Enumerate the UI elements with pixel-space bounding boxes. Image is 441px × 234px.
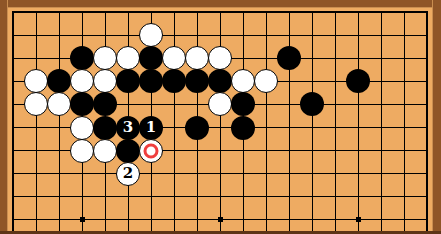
- black-stone: [93, 92, 117, 116]
- grid-line-vertical: [381, 11, 382, 232]
- grid-line-vertical: [312, 11, 313, 232]
- black-stone: [300, 92, 324, 116]
- black-stone: [231, 116, 255, 140]
- grid-line-vertical: [36, 11, 37, 232]
- grid-line-horizontal: [12, 173, 428, 174]
- white-stone: [139, 23, 163, 47]
- black-stone: [346, 69, 370, 93]
- black-stone: [47, 69, 71, 93]
- white-stone: [47, 92, 71, 116]
- grid-line-vertical: [404, 11, 405, 232]
- white-stone: [70, 139, 94, 163]
- white-stone: [93, 139, 117, 163]
- black-stone: [208, 69, 232, 93]
- grid-line-vertical: [335, 11, 336, 232]
- move-number-1: 1: [146, 120, 156, 135]
- board-frame-top: [0, 0, 441, 8]
- black-stone: 1: [139, 116, 163, 140]
- black-stone: [231, 92, 255, 116]
- grid-line-vertical: [59, 11, 60, 232]
- white-stone: [185, 46, 209, 70]
- white-stone: [70, 69, 94, 93]
- black-stone: [70, 46, 94, 70]
- black-stone: 3: [116, 116, 140, 140]
- grid-line-vertical: [174, 11, 175, 232]
- black-stone: [277, 46, 301, 70]
- star-point: [218, 217, 223, 222]
- white-stone: [208, 92, 232, 116]
- black-stone: [139, 46, 163, 70]
- move-number-3: 3: [123, 120, 133, 135]
- grid-line-horizontal: [12, 196, 428, 197]
- grid-line-vertical: [12, 11, 14, 232]
- board-frame-left: [0, 0, 8, 234]
- black-stone: [116, 139, 140, 163]
- move-number-2: 2: [123, 166, 133, 181]
- star-point: [80, 217, 85, 222]
- black-stone: [185, 69, 209, 93]
- white-stone: [254, 69, 278, 93]
- grid-line-horizontal: [12, 11, 428, 13]
- grid-line-vertical: [358, 11, 359, 232]
- white-stone: [24, 92, 48, 116]
- board-frame-right: [432, 0, 441, 234]
- white-stone: 2: [116, 162, 140, 186]
- white-stone: [116, 46, 140, 70]
- grid-line-horizontal: [12, 35, 428, 36]
- grid-line-vertical: [426, 11, 428, 232]
- board-frame-bottom: [0, 231, 441, 234]
- white-stone: [70, 116, 94, 140]
- white-stone: [162, 46, 186, 70]
- white-stone: [139, 139, 163, 163]
- black-stone: [139, 69, 163, 93]
- white-stone: [231, 69, 255, 93]
- black-stone: [185, 116, 209, 140]
- white-stone: [93, 69, 117, 93]
- black-stone: [70, 92, 94, 116]
- star-point: [356, 217, 361, 222]
- grid-line-vertical: [266, 11, 267, 232]
- circle-mark-icon: [144, 143, 159, 158]
- grid-line-vertical: [289, 11, 290, 232]
- white-stone: [24, 69, 48, 93]
- white-stone: [208, 46, 232, 70]
- black-stone: [162, 69, 186, 93]
- white-stone: [93, 46, 117, 70]
- black-stone: [93, 116, 117, 140]
- black-stone: [116, 69, 140, 93]
- go-board-diagram: 312: [0, 0, 441, 234]
- grid-line-vertical: [220, 11, 221, 232]
